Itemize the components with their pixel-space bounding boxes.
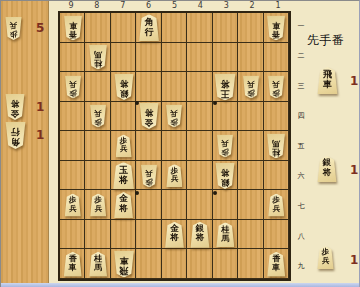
- square-2-6[interactable]: [238, 161, 263, 191]
- file-label: 4: [187, 1, 213, 11]
- square-4-6[interactable]: [187, 161, 212, 191]
- sente-hand-entry: 歩兵1: [317, 246, 360, 269]
- square-3-4[interactable]: [213, 102, 238, 132]
- square-3-1[interactable]: [213, 13, 238, 43]
- piece-gote-rook: 飛車: [113, 251, 134, 278]
- square-5-8[interactable]: 金将: [162, 220, 187, 250]
- piece-sente-pawn: 歩兵: [268, 194, 285, 217]
- rank-labels-column: 一二三四五六七八九: [293, 11, 309, 281]
- square-3-8[interactable]: 桂馬: [213, 220, 238, 250]
- square-9-5[interactable]: [60, 131, 85, 161]
- piece-sente-knight: 桂馬: [89, 252, 108, 277]
- piece-sente-lance: 香車: [63, 252, 82, 277]
- sente-hand-entry: 銀将1: [317, 156, 360, 182]
- square-5-7[interactable]: [162, 190, 187, 220]
- square-1-1[interactable]: 香車: [264, 13, 289, 43]
- square-6-7[interactable]: [136, 190, 161, 220]
- square-1-7[interactable]: 歩兵: [264, 190, 289, 220]
- square-8-3[interactable]: [85, 72, 110, 102]
- square-8-4[interactable]: 歩兵: [85, 102, 110, 132]
- square-6-1[interactable]: 角行: [136, 13, 161, 43]
- square-3-9[interactable]: [213, 249, 238, 279]
- file-label: 8: [84, 1, 110, 11]
- piece-gote-silver: 銀将: [114, 74, 134, 100]
- file-label: 6: [136, 1, 162, 11]
- piece-sente-pawn: 歩兵: [166, 164, 183, 187]
- hoshi-dot: [213, 101, 217, 105]
- square-6-3[interactable]: [136, 72, 161, 102]
- square-6-8[interactable]: [136, 220, 161, 250]
- square-5-6[interactable]: 歩兵: [162, 161, 187, 191]
- piece-gote-lance: 香車: [267, 15, 286, 40]
- piece-sente-pawn: 歩兵: [64, 194, 81, 217]
- file-label: 5: [162, 1, 188, 11]
- rank-label: 八: [293, 221, 309, 251]
- square-9-6[interactable]: [60, 161, 85, 191]
- piece-sente-knight: 桂馬: [216, 222, 235, 247]
- hoshi-dot: [135, 191, 139, 195]
- square-8-9[interactable]: 桂馬: [85, 249, 110, 279]
- file-label: 1: [265, 1, 291, 11]
- hand-count: 1: [350, 74, 358, 88]
- file-labels-row: 987654321: [58, 1, 291, 11]
- piece-sente-pawn: 歩兵: [90, 194, 107, 217]
- square-2-7[interactable]: [238, 190, 263, 220]
- square-7-7[interactable]: 金将: [111, 190, 136, 220]
- square-2-9[interactable]: [238, 249, 263, 279]
- square-8-5[interactable]: [85, 131, 110, 161]
- square-8-7[interactable]: 歩兵: [85, 190, 110, 220]
- square-7-2[interactable]: [111, 43, 136, 73]
- hoshi-dot: [213, 191, 217, 195]
- square-2-3[interactable]: 歩兵: [238, 72, 263, 102]
- shogi-board: 香車角行香車桂馬歩兵銀将王将歩兵歩兵歩兵金将歩兵歩兵歩兵桂馬玉将歩兵歩兵銀将歩兵…: [58, 11, 291, 281]
- hand-count: 1: [350, 163, 358, 177]
- piece-sente-lance: 香車: [267, 252, 286, 277]
- piece-gote-pawn: 歩兵: [141, 164, 158, 187]
- rank-label: 三: [293, 71, 309, 101]
- rank-label: 七: [293, 191, 309, 221]
- piece-gote-silver: 銀将: [215, 163, 235, 189]
- square-2-4[interactable]: [238, 102, 263, 132]
- square-7-1[interactable]: [111, 13, 136, 43]
- square-1-9[interactable]: 香車: [264, 249, 289, 279]
- square-1-6[interactable]: [264, 161, 289, 191]
- square-1-2[interactable]: [264, 43, 289, 73]
- square-5-5[interactable]: [162, 131, 187, 161]
- square-9-1[interactable]: 香車: [60, 13, 85, 43]
- square-7-9[interactable]: 飛車: [111, 249, 136, 279]
- square-2-1[interactable]: [238, 13, 263, 43]
- square-9-8[interactable]: [60, 220, 85, 250]
- square-1-3[interactable]: 歩兵: [264, 72, 289, 102]
- piece-gote-pawn: 歩兵: [268, 75, 285, 98]
- rank-label: 九: [293, 251, 309, 281]
- square-4-9[interactable]: [187, 249, 212, 279]
- square-7-5[interactable]: 歩兵: [111, 131, 136, 161]
- gote-hand-entry: 角行1: [5, 122, 48, 149]
- hoshi-dot: [135, 101, 139, 105]
- rank-label: 六: [293, 161, 309, 191]
- square-4-5[interactable]: [187, 131, 212, 161]
- piece-gote-pawn: 歩兵: [217, 134, 234, 157]
- square-6-6[interactable]: 歩兵: [136, 161, 161, 191]
- gote-hand-entry: 金将1: [5, 94, 48, 120]
- piece-gote-pawn: 歩兵: [166, 105, 183, 128]
- square-4-2[interactable]: [187, 43, 212, 73]
- file-label: 3: [213, 1, 239, 11]
- square-4-8[interactable]: 銀将: [187, 220, 212, 250]
- piece-gote-pawn: 歩兵: [90, 105, 107, 128]
- sente-hand-entry: 飛車1: [317, 67, 360, 94]
- square-4-7[interactable]: [187, 190, 212, 220]
- hand-count: 1: [350, 253, 358, 267]
- square-9-9[interactable]: 香車: [60, 249, 85, 279]
- square-1-4[interactable]: [264, 102, 289, 132]
- square-4-1[interactable]: [187, 13, 212, 43]
- file-label: 2: [239, 1, 265, 11]
- gote-hand-entry: 歩兵5: [5, 17, 48, 40]
- square-6-2[interactable]: [136, 43, 161, 73]
- piece-gote-gold: 金将: [139, 103, 159, 129]
- file-label: 7: [110, 1, 136, 11]
- rank-label: 四: [293, 101, 309, 131]
- piece-sente-gold: 金将: [114, 192, 134, 218]
- square-1-5[interactable]: 桂馬: [264, 131, 289, 161]
- square-9-7[interactable]: 歩兵: [60, 190, 85, 220]
- piece-sente-bishop: 角行: [139, 14, 160, 41]
- square-7-6[interactable]: 玉将: [111, 161, 136, 191]
- file-label: 9: [58, 1, 84, 11]
- square-8-8[interactable]: [85, 220, 110, 250]
- piece-gote-pawn: 歩兵: [64, 75, 81, 98]
- piece-gote-pawn: 歩兵: [242, 75, 259, 98]
- turn-indicator: 先手番: [307, 32, 345, 49]
- square-5-4[interactable]: 歩兵: [162, 102, 187, 132]
- piece-sente-pawn: 歩兵: [115, 134, 132, 157]
- square-4-4[interactable]: [187, 102, 212, 132]
- piece-sente-king: 玉将: [113, 162, 135, 189]
- square-5-1[interactable]: [162, 13, 187, 43]
- square-6-4[interactable]: 金将: [136, 102, 161, 132]
- square-9-3[interactable]: 歩兵: [60, 72, 85, 102]
- square-2-8[interactable]: [238, 220, 263, 250]
- square-1-8[interactable]: [264, 220, 289, 250]
- hand-count: 1: [36, 128, 44, 142]
- piece-gote-king: 王将: [214, 73, 236, 100]
- square-8-1[interactable]: [85, 13, 110, 43]
- piece-gote-knight: 桂馬: [267, 133, 286, 158]
- square-3-2[interactable]: [213, 43, 238, 73]
- square-9-4[interactable]: [60, 102, 85, 132]
- window-bottom-strip: [1, 283, 360, 287]
- shogi-app-window: 歩兵5金将1角行1 987654321 一二三四五六七八九 香車角行香車桂馬歩兵…: [0, 0, 360, 287]
- square-3-7[interactable]: [213, 190, 238, 220]
- gote-captured-tray: 歩兵5金将1角行1: [1, 1, 49, 283]
- rank-label: 五: [293, 131, 309, 161]
- square-6-9[interactable]: [136, 249, 161, 279]
- square-5-3[interactable]: [162, 72, 187, 102]
- square-9-2[interactable]: [60, 43, 85, 73]
- square-3-3[interactable]: 王将: [213, 72, 238, 102]
- hand-count: 5: [36, 21, 44, 35]
- square-7-3[interactable]: 銀将: [111, 72, 136, 102]
- square-5-9[interactable]: [162, 249, 187, 279]
- hand-count: 1: [36, 100, 44, 114]
- square-7-8[interactable]: [111, 220, 136, 250]
- square-4-3[interactable]: [187, 72, 212, 102]
- piece-gote-knight: 桂馬: [89, 45, 108, 70]
- square-7-4[interactable]: [111, 102, 136, 132]
- square-3-5[interactable]: 歩兵: [213, 131, 238, 161]
- square-2-5[interactable]: [238, 131, 263, 161]
- square-3-6[interactable]: 銀将: [213, 161, 238, 191]
- square-6-5[interactable]: [136, 131, 161, 161]
- square-8-6[interactable]: [85, 161, 110, 191]
- piece-sente-silver: 銀将: [190, 222, 210, 248]
- board-squares: 香車角行香車桂馬歩兵銀将王将歩兵歩兵歩兵金将歩兵歩兵歩兵桂馬玉将歩兵歩兵銀将歩兵…: [60, 13, 289, 279]
- square-5-2[interactable]: [162, 43, 187, 73]
- square-2-2[interactable]: [238, 43, 263, 73]
- square-8-2[interactable]: 桂馬: [85, 43, 110, 73]
- piece-gote-lance: 香車: [63, 15, 82, 40]
- piece-sente-gold: 金将: [164, 222, 184, 248]
